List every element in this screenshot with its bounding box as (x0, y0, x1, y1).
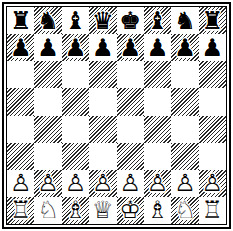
black-knight: ♞♞ (171, 7, 198, 34)
square-e5[interactable] (117, 88, 144, 115)
square-c3[interactable] (62, 143, 89, 170)
black-rook: ♜♜ (199, 7, 226, 34)
square-c8[interactable]: ♝♝ (62, 7, 89, 34)
white-rook-glyph: ♖ (7, 197, 34, 224)
black-pawn-glyph: ♟ (89, 34, 116, 61)
square-g7[interactable]: ♟♟ (171, 34, 198, 61)
square-a8[interactable]: ♜♜ (7, 7, 34, 34)
square-c1[interactable]: ♝♗ (62, 197, 89, 224)
square-a7[interactable]: ♟♟ (7, 34, 34, 61)
square-f8[interactable]: ♝♝ (144, 7, 171, 34)
square-d1[interactable]: ♛♕ (89, 197, 116, 224)
square-c6[interactable] (62, 61, 89, 88)
square-b7[interactable]: ♟♟ (34, 34, 61, 61)
square-b8[interactable]: ♞♞ (34, 7, 61, 34)
square-h5[interactable] (199, 88, 226, 115)
black-king-glyph: ♚ (117, 7, 144, 34)
black-pawn: ♟♟ (34, 34, 61, 61)
square-d3[interactable] (89, 143, 116, 170)
square-h7[interactable]: ♟♟ (199, 34, 226, 61)
black-knight-glyph: ♞ (34, 7, 61, 34)
white-pawn: ♟♙ (199, 170, 226, 197)
black-queen: ♛♛ (89, 7, 116, 34)
black-pawn-glyph: ♟ (62, 34, 89, 61)
square-b2[interactable]: ♟♙ (34, 170, 61, 197)
square-h8[interactable]: ♜♜ (199, 7, 226, 34)
white-rook: ♜♖ (199, 197, 226, 224)
black-pawn: ♟♟ (171, 34, 198, 61)
black-pawn-glyph: ♟ (144, 34, 171, 61)
black-pawn-glyph: ♟ (34, 34, 61, 61)
square-f7[interactable]: ♟♟ (144, 34, 171, 61)
square-e6[interactable] (117, 61, 144, 88)
square-e4[interactable] (117, 116, 144, 143)
white-pawn: ♟♙ (89, 170, 116, 197)
square-a3[interactable] (7, 143, 34, 170)
square-a1[interactable]: ♜♖ (7, 197, 34, 224)
chess-diagram-page: ♜♜♞♞♝♝♛♛♚♚♝♝♞♞♜♜♟♟♟♟♟♟♟♟♟♟♟♟♟♟♟♟♟♙♟♙♟♙♟♙… (0, 0, 233, 231)
white-pawn-glyph: ♙ (89, 170, 116, 197)
square-e1[interactable]: ♚♔ (117, 197, 144, 224)
black-bishop: ♝♝ (62, 7, 89, 34)
black-king: ♚♚ (117, 7, 144, 34)
square-c5[interactable] (62, 88, 89, 115)
square-g2[interactable]: ♟♙ (171, 170, 198, 197)
square-b4[interactable] (34, 116, 61, 143)
square-a6[interactable] (7, 61, 34, 88)
square-d5[interactable] (89, 88, 116, 115)
square-a2[interactable]: ♟♙ (7, 170, 34, 197)
square-g5[interactable] (171, 88, 198, 115)
square-g3[interactable] (171, 143, 198, 170)
black-bishop-glyph: ♝ (144, 7, 171, 34)
black-pawn-glyph: ♟ (199, 34, 226, 61)
chess-board: ♜♜♞♞♝♝♛♛♚♚♝♝♞♞♜♜♟♟♟♟♟♟♟♟♟♟♟♟♟♟♟♟♟♙♟♙♟♙♟♙… (7, 7, 226, 224)
white-queen: ♛♕ (89, 197, 116, 224)
square-h4[interactable] (199, 116, 226, 143)
black-bishop: ♝♝ (144, 7, 171, 34)
square-a5[interactable] (7, 88, 34, 115)
board-outer-frame: ♜♜♞♞♝♝♛♛♚♚♝♝♞♞♜♜♟♟♟♟♟♟♟♟♟♟♟♟♟♟♟♟♟♙♟♙♟♙♟♙… (2, 2, 231, 229)
black-pawn-glyph: ♟ (117, 34, 144, 61)
black-pawn: ♟♟ (89, 34, 116, 61)
square-c7[interactable]: ♟♟ (62, 34, 89, 61)
black-pawn: ♟♟ (117, 34, 144, 61)
white-pawn-glyph: ♙ (117, 170, 144, 197)
black-pawn-glyph: ♟ (171, 34, 198, 61)
square-d7[interactable]: ♟♟ (89, 34, 116, 61)
square-d6[interactable] (89, 61, 116, 88)
square-f4[interactable] (144, 116, 171, 143)
white-knight: ♞♘ (171, 197, 198, 224)
square-h2[interactable]: ♟♙ (199, 170, 226, 197)
white-pawn: ♟♙ (7, 170, 34, 197)
white-pawn-glyph: ♙ (171, 170, 198, 197)
white-knight-glyph: ♘ (34, 197, 61, 224)
square-a4[interactable] (7, 116, 34, 143)
white-rook-glyph: ♖ (199, 197, 226, 224)
black-pawn: ♟♟ (199, 34, 226, 61)
square-h6[interactable] (199, 61, 226, 88)
square-c4[interactable] (62, 116, 89, 143)
black-pawn: ♟♟ (144, 34, 171, 61)
white-pawn-glyph: ♙ (7, 170, 34, 197)
square-b6[interactable] (34, 61, 61, 88)
square-e8[interactable]: ♚♚ (117, 7, 144, 34)
black-knight: ♞♞ (34, 7, 61, 34)
white-bishop: ♝♗ (144, 197, 171, 224)
white-knight: ♞♘ (34, 197, 61, 224)
square-g4[interactable] (171, 116, 198, 143)
square-d2[interactable]: ♟♙ (89, 170, 116, 197)
square-b1[interactable]: ♞♘ (34, 197, 61, 224)
white-king: ♚♔ (117, 197, 144, 224)
white-bishop-glyph: ♗ (62, 197, 89, 224)
square-b5[interactable] (34, 88, 61, 115)
white-king-glyph: ♔ (117, 197, 144, 224)
black-pawn: ♟♟ (7, 34, 34, 61)
square-f3[interactable] (144, 143, 171, 170)
square-f6[interactable] (144, 61, 171, 88)
white-pawn-glyph: ♙ (34, 170, 61, 197)
black-pawn: ♟♟ (62, 34, 89, 61)
black-knight-glyph: ♞ (171, 7, 198, 34)
white-bishop: ♝♗ (62, 197, 89, 224)
square-g6[interactable] (171, 61, 198, 88)
square-g1[interactable]: ♞♘ (171, 197, 198, 224)
square-e7[interactable]: ♟♟ (117, 34, 144, 61)
white-pawn-glyph: ♙ (144, 170, 171, 197)
square-f2[interactable]: ♟♙ (144, 170, 171, 197)
square-e3[interactable] (117, 143, 144, 170)
square-b3[interactable] (34, 143, 61, 170)
square-e2[interactable]: ♟♙ (117, 170, 144, 197)
white-pawn: ♟♙ (117, 170, 144, 197)
square-c2[interactable]: ♟♙ (62, 170, 89, 197)
square-f5[interactable] (144, 88, 171, 115)
square-f1[interactable]: ♝♗ (144, 197, 171, 224)
white-pawn: ♟♙ (34, 170, 61, 197)
white-queen-glyph: ♕ (89, 197, 116, 224)
white-pawn: ♟♙ (144, 170, 171, 197)
white-rook: ♜♖ (7, 197, 34, 224)
square-d4[interactable] (89, 116, 116, 143)
square-g8[interactable]: ♞♞ (171, 7, 198, 34)
black-queen-glyph: ♛ (89, 7, 116, 34)
square-h1[interactable]: ♜♖ (199, 197, 226, 224)
square-d8[interactable]: ♛♛ (89, 7, 116, 34)
square-h3[interactable] (199, 143, 226, 170)
white-pawn-glyph: ♙ (62, 170, 89, 197)
black-bishop-glyph: ♝ (62, 7, 89, 34)
white-bishop-glyph: ♗ (144, 197, 171, 224)
white-pawn: ♟♙ (62, 170, 89, 197)
white-pawn: ♟♙ (171, 170, 198, 197)
white-knight-glyph: ♘ (171, 197, 198, 224)
black-rook: ♜♜ (7, 7, 34, 34)
black-pawn-glyph: ♟ (7, 34, 34, 61)
board-inner-frame: ♜♜♞♞♝♝♛♛♚♚♝♝♞♞♜♜♟♟♟♟♟♟♟♟♟♟♟♟♟♟♟♟♟♙♟♙♟♙♟♙… (6, 6, 227, 225)
black-rook-glyph: ♜ (199, 7, 226, 34)
black-rook-glyph: ♜ (7, 7, 34, 34)
white-pawn-glyph: ♙ (199, 170, 226, 197)
